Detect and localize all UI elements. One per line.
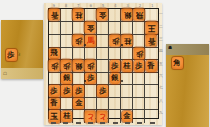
board-cell-2-7[interactable]	[133, 85, 145, 98]
board-cell-2-2[interactable]	[133, 22, 145, 36]
shogi-board-grid: 香桂金銀飛金王歩馬歩桂香飛歩歩歩銀歩歩桂歩香銀歩銀歩歩歩歩香金玉桂とと金	[48, 8, 159, 119]
piece-kanji: 桂	[63, 113, 70, 120]
board-cell-4-1[interactable]	[109, 9, 121, 22]
board-cell-8-7[interactable]: 歩	[61, 85, 73, 98]
piece-kanji: 香	[148, 37, 155, 44]
board-cell-3-1[interactable]: 銀	[121, 9, 133, 22]
shogi-piece-馬-63[interactable]: 馬	[85, 35, 96, 47]
shogi-piece-歩-97[interactable]: 歩	[49, 85, 60, 97]
rank-label: 六	[159, 74, 163, 78]
shogi-piece-桂-71[interactable]: 桂	[73, 9, 84, 21]
board-bottom-ticks	[48, 122, 159, 125]
board-cell-9-6[interactable]	[49, 73, 62, 86]
shogi-piece-歩-77[interactable]: 歩	[73, 85, 84, 97]
board-cell-5-1[interactable]: 金	[97, 9, 109, 22]
piece-kanji: 歩	[51, 87, 58, 94]
rank-label: 九	[159, 111, 163, 115]
piece-kanji: 歩	[63, 87, 70, 94]
shogi-piece-香-98[interactable]: 香	[49, 98, 60, 110]
board-cell-6-7[interactable]	[85, 85, 97, 98]
board-cell-2-3[interactable]	[133, 35, 145, 48]
board-cell-1-1[interactable]	[145, 9, 157, 22]
shogi-piece-と-69[interactable]: と	[85, 111, 96, 123]
board-cell-2-4[interactable]: 歩	[133, 48, 145, 61]
shogi-piece-飛-94[interactable]: 飛	[49, 48, 60, 60]
board-cell-5-5[interactable]	[97, 60, 109, 73]
board-cell-3-6[interactable]	[121, 73, 133, 86]
piece-kanji: 歩	[99, 87, 106, 94]
board-foot-tick	[146, 122, 158, 125]
shogi-piece-歩-24[interactable]: 歩	[134, 48, 145, 60]
board-cell-8-4[interactable]	[61, 48, 73, 61]
board-cell-1-3[interactable]: 香	[145, 35, 157, 48]
shogi-piece-香-13[interactable]: 香	[146, 35, 157, 47]
star-point	[121, 44, 123, 46]
board-cell-6-3[interactable]: 馬	[85, 35, 97, 48]
board-foot-tick	[134, 122, 146, 125]
shogi-piece-銀-31[interactable]: 銀	[122, 9, 133, 21]
shogi-piece-歩-65[interactable]: 歩	[85, 60, 96, 72]
white-hand-stand: 歩3 ☖	[1, 20, 43, 79]
board-cell-1-8[interactable]	[145, 98, 157, 111]
piece-kanji: 桂	[123, 37, 130, 44]
piece-kanji: と	[87, 113, 95, 120]
board-cell-3-2[interactable]	[121, 22, 133, 36]
board-cell-6-5[interactable]: 歩	[85, 60, 97, 73]
shogi-piece-金-39[interactable]: 金	[122, 111, 133, 123]
board-cell-6-8[interactable]	[85, 98, 97, 111]
board-cell-1-7[interactable]	[145, 85, 157, 98]
piece-kanji: 歩	[135, 50, 142, 57]
piece-kanji: 歩	[8, 51, 15, 58]
board-cell-6-6[interactable]: 歩	[85, 73, 97, 86]
board-cell-5-8[interactable]	[97, 98, 109, 111]
board-cell-3-4[interactable]	[121, 48, 133, 61]
board-cell-4-5[interactable]: 歩	[109, 60, 121, 73]
piece-kanji: 玉	[50, 113, 58, 120]
shogi-piece-歩-85[interactable]: 歩	[61, 60, 72, 72]
shogi-piece-銀-86[interactable]: 銀	[61, 73, 72, 85]
black-hand-area: 角	[166, 44, 209, 127]
shogi-piece-歩-66[interactable]: 歩	[85, 73, 96, 85]
piece-kanji: 歩	[87, 75, 94, 82]
board-foot-tick	[97, 122, 109, 125]
board-cell-4-7[interactable]	[109, 85, 121, 98]
white-stand-footer	[1, 68, 43, 79]
piece-kanji: 金	[123, 113, 130, 120]
star-point	[121, 80, 123, 82]
piece-kanji: 金	[75, 100, 82, 107]
star-point	[84, 80, 86, 82]
piece-kanji: 角	[174, 59, 181, 66]
board-cell-5-4[interactable]	[97, 48, 109, 61]
board-cell-4-4[interactable]	[109, 48, 121, 61]
board-cell-5-2[interactable]	[97, 22, 109, 36]
board-cell-4-3[interactable]: 歩	[109, 35, 121, 48]
hand-piece-count: 3	[18, 52, 21, 57]
rank-label: 三	[159, 37, 163, 41]
board-cell-1-5[interactable]: 香	[145, 60, 157, 73]
piece-kanji: 桂	[75, 11, 82, 18]
file-label: 2	[134, 4, 146, 8]
hand-piece-歩[interactable]: 歩3	[6, 49, 20, 61]
hand-piece-角[interactable]: 角	[172, 57, 183, 69]
piece-kanji: と	[99, 113, 107, 120]
shogi-piece-銀-46[interactable]: 銀	[110, 73, 121, 85]
rank-label: 五	[159, 62, 163, 66]
rank-label: 四	[159, 49, 163, 53]
file-label: 9	[48, 4, 60, 8]
board-cell-7-6[interactable]	[73, 73, 85, 86]
shogi-piece-銀-75[interactable]: 銀	[73, 60, 84, 72]
shogi-piece-香-15[interactable]: 香	[146, 60, 157, 72]
piece-kanji: 桂	[123, 62, 130, 69]
board-cell-3-3[interactable]: 桂	[121, 35, 133, 48]
board-cell-8-6[interactable]: 銀	[61, 73, 73, 86]
board-cell-3-5[interactable]: 桂	[121, 60, 133, 73]
board-cell-5-7[interactable]: 歩	[97, 85, 109, 98]
board-cell-1-6[interactable]	[145, 73, 157, 86]
board-cell-7-3[interactable]: 歩	[73, 35, 85, 48]
shogi-piece-歩-25[interactable]: 歩	[134, 60, 145, 72]
piece-kanji: 歩	[75, 37, 82, 44]
board-foot-tick	[48, 122, 60, 125]
file-labels: 987654321	[48, 4, 159, 8]
board-foot-tick	[60, 122, 72, 125]
board-cell-4-6[interactable]: 銀	[109, 73, 121, 86]
board-cell-5-3[interactable]	[97, 35, 109, 48]
rank-label: 八	[159, 99, 163, 103]
board-foot-tick	[84, 122, 96, 125]
rank-label: 一	[159, 12, 163, 16]
piece-kanji: 歩	[51, 62, 58, 69]
shogi-piece-桂-35[interactable]: 桂	[122, 60, 133, 72]
piece-kanji: 飛	[51, 50, 58, 57]
shogi-piece-金-62[interactable]: 金	[85, 22, 96, 34]
board-cell-9-5[interactable]: 歩	[49, 60, 62, 73]
board-cell-3-8[interactable]	[121, 98, 133, 111]
shogi-piece-王-12[interactable]: 王	[146, 22, 158, 35]
board-foot-tick	[109, 122, 121, 125]
piece-kanji: 歩	[75, 87, 82, 94]
shogi-board: 987654321 一二三四五六七八九 香桂金銀飛金王歩馬歩桂香飛歩歩歩銀歩歩桂…	[44, 3, 162, 125]
piece-kanji: 香	[51, 100, 58, 107]
board-cell-7-2[interactable]	[73, 22, 85, 36]
piece-kanji: 金	[99, 11, 106, 18]
shogi-piece-飛-21[interactable]: 飛	[134, 9, 145, 21]
board-cell-8-8[interactable]	[61, 98, 73, 111]
shogi-piece-桂-89[interactable]: 桂	[61, 111, 72, 123]
board-cell-9-3[interactable]	[49, 35, 62, 48]
board-cell-8-5[interactable]: 歩	[61, 60, 73, 73]
board-cell-3-7[interactable]	[121, 85, 133, 98]
piece-kanji: 歩	[135, 62, 142, 69]
board-cell-2-5[interactable]: 歩	[133, 60, 145, 73]
board-cell-7-5[interactable]: 銀	[73, 60, 85, 73]
board-cell-9-1[interactable]: 香	[49, 9, 62, 22]
board-cell-8-2[interactable]	[61, 22, 73, 36]
shogi-piece-歩-57[interactable]: 歩	[97, 85, 108, 97]
shogi-piece-歩-43[interactable]: 歩	[110, 35, 121, 47]
board-cell-1-2[interactable]: 王	[145, 22, 157, 36]
board-cell-6-4[interactable]	[85, 48, 97, 61]
shogi-piece-と-59[interactable]: と	[97, 111, 108, 123]
shogi-piece-金-78[interactable]: 金	[73, 98, 84, 110]
board-cell-2-1[interactable]: 飛	[133, 9, 145, 22]
piece-kanji: 銀	[123, 11, 130, 18]
file-label: 7	[72, 4, 84, 8]
board-cell-8-1[interactable]	[61, 9, 73, 22]
white-player-marker-icon: ☖	[3, 72, 7, 77]
board-cell-6-2[interactable]: 金	[85, 22, 97, 36]
board-cell-7-8[interactable]: 金	[73, 98, 85, 111]
piece-kanji: 香	[51, 11, 58, 18]
board-cell-9-8[interactable]: 香	[49, 98, 62, 111]
shogi-piece-桂-33[interactable]: 桂	[122, 35, 133, 47]
piece-kanji: 銀	[63, 75, 70, 82]
board-cell-2-8[interactable]	[133, 98, 145, 111]
board-cell-9-2[interactable]	[49, 22, 62, 36]
piece-kanji: 歩	[63, 62, 70, 69]
piece-kanji: 飛	[135, 11, 142, 18]
file-label: 5	[97, 4, 109, 8]
board-cell-9-4[interactable]: 飛	[49, 48, 62, 61]
file-label: 1	[146, 4, 158, 8]
board-cell-5-6[interactable]	[97, 73, 109, 86]
board-cell-1-4[interactable]	[145, 48, 157, 61]
file-label: 8	[60, 4, 72, 8]
file-label: 6	[84, 4, 96, 8]
star-point	[84, 44, 86, 46]
board-foot-tick	[72, 122, 84, 125]
rank-label: 二	[159, 25, 163, 29]
file-label: 4	[109, 4, 121, 8]
shogi-piece-歩-95[interactable]: 歩	[49, 60, 60, 72]
shogi-piece-歩-45[interactable]: 歩	[110, 60, 121, 72]
shogi-piece-香-91[interactable]: 香	[49, 9, 60, 21]
board-cell-4-8[interactable]	[109, 98, 121, 111]
piece-kanji: 歩	[87, 62, 94, 69]
hand-piece-tile[interactable]: 歩	[6, 49, 17, 61]
piece-kanji: 王	[148, 24, 156, 31]
rank-labels: 一二三四五六七八九	[159, 8, 163, 119]
board-cell-7-4[interactable]	[73, 48, 85, 61]
rank-label: 七	[159, 86, 163, 90]
shogi-piece-歩-73[interactable]: 歩	[73, 35, 84, 47]
piece-kanji: 香	[148, 62, 155, 69]
board-cell-4-2[interactable]	[109, 22, 121, 36]
shogi-piece-歩-87[interactable]: 歩	[61, 85, 72, 97]
file-label: 3	[121, 4, 133, 8]
shogi-piece-金-51[interactable]: 金	[97, 9, 108, 21]
black-hand-stand: 角 ☗	[166, 44, 209, 127]
board-cell-9-7[interactable]: 歩	[49, 85, 62, 98]
board-cell-6-1[interactable]	[85, 9, 97, 22]
board-cell-7-1[interactable]: 桂	[73, 9, 85, 22]
board-foot-tick	[121, 122, 133, 125]
board-cell-2-6[interactable]	[133, 73, 145, 86]
piece-kanji: 金	[87, 24, 94, 31]
piece-kanji: 銀	[111, 75, 118, 82]
piece-kanji: 銀	[75, 62, 82, 69]
piece-kanji: 歩	[111, 37, 118, 44]
piece-kanji: 歩	[111, 62, 118, 69]
board-cell-7-7[interactable]: 歩	[73, 85, 85, 98]
board-cell-8-3[interactable]	[61, 35, 73, 48]
black-player-marker-icon: ☗	[168, 46, 172, 51]
hand-piece-tile[interactable]: 角	[172, 57, 183, 69]
piece-kanji: 馬	[87, 37, 94, 44]
